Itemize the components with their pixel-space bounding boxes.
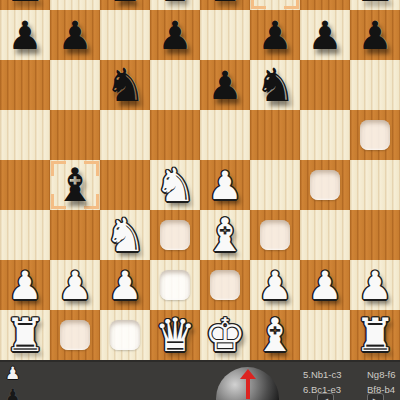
square-c3[interactable]: ♞ <box>100 210 150 260</box>
square-e3[interactable]: ♝ <box>200 210 250 260</box>
square-f7[interactable]: ♟ <box>250 10 300 60</box>
piece-white-bishop: ♝ <box>200 210 250 260</box>
square-b2[interactable]: ♟ <box>50 260 100 310</box>
legal-move-hint[interactable] <box>110 320 140 350</box>
piece-black-pawn: ♟ <box>150 10 200 60</box>
piece-black-pawn: ♟ <box>300 10 350 60</box>
piece-black-bishop: ♝ <box>50 160 100 210</box>
nav-forward-button[interactable]: ▶ <box>367 393 384 400</box>
square-b7[interactable]: ♟ <box>50 10 100 60</box>
piece-black-bishop: ♝ <box>100 0 150 10</box>
square-e1[interactable]: ♚ <box>200 310 250 360</box>
piece-white-pawn: ♟ <box>300 260 350 310</box>
square-g4[interactable] <box>300 160 350 210</box>
square-a1[interactable]: ♜ <box>0 310 50 360</box>
piece-black-king: ♚ <box>200 0 250 10</box>
square-f6[interactable]: ♞ <box>250 60 300 110</box>
turn-indicator-dial <box>216 367 279 400</box>
last-move-marker <box>51 161 99 209</box>
piece-white-knight: ♞ <box>150 160 200 210</box>
piece-black-pawn: ♟ <box>350 10 400 60</box>
square-f4[interactable] <box>250 160 300 210</box>
square-d3[interactable] <box>150 210 200 260</box>
square-c6[interactable]: ♞ <box>100 60 150 110</box>
square-f2[interactable]: ♟ <box>250 260 300 310</box>
piece-black-pawn: ♟ <box>50 10 100 60</box>
square-h5[interactable] <box>350 110 400 160</box>
piece-white-bishop: ♝ <box>250 310 300 360</box>
square-b3[interactable] <box>50 210 100 260</box>
piece-white-pawn: ♟ <box>0 260 50 310</box>
square-b6[interactable] <box>50 60 100 110</box>
square-f5[interactable] <box>250 110 300 160</box>
piece-black-rook: ♜ <box>0 0 50 10</box>
square-c8[interactable]: ♝ <box>100 0 150 10</box>
square-f1[interactable]: ♝ <box>250 310 300 360</box>
square-e2[interactable] <box>200 260 250 310</box>
move-white-5: 5.Nb1-c3 <box>303 369 342 380</box>
piece-black-rook: ♜ <box>350 0 400 10</box>
square-c5[interactable] <box>100 110 150 160</box>
square-c4[interactable] <box>100 160 150 210</box>
square-f3[interactable] <box>250 210 300 260</box>
captured-white-pawn-icon: ♟ <box>5 364 25 384</box>
square-g3[interactable] <box>300 210 350 260</box>
square-a6[interactable] <box>0 60 50 110</box>
legal-move-hint[interactable] <box>210 270 240 300</box>
piece-white-pawn: ♟ <box>50 260 100 310</box>
square-e4[interactable]: ♟ <box>200 160 250 210</box>
square-h4[interactable] <box>350 160 400 210</box>
legal-move-hint[interactable] <box>360 120 390 150</box>
piece-white-rook: ♜ <box>0 310 50 360</box>
square-a5[interactable] <box>0 110 50 160</box>
chess-board: ♜♝♛♚♜♟♟♟♟♟♟♞♟♞♝♞♟♞♝♟♟♟♟♟♟♜♛♚♝♜ <box>0 0 400 360</box>
square-d6[interactable] <box>150 60 200 110</box>
piece-black-knight: ♞ <box>100 60 150 110</box>
square-b5[interactable] <box>50 110 100 160</box>
nav-back-button[interactable]: ◀ <box>317 393 334 400</box>
square-d2[interactable] <box>150 260 200 310</box>
piece-white-pawn: ♟ <box>200 160 250 210</box>
piece-black-pawn: ♟ <box>0 10 50 60</box>
legal-move-hint[interactable] <box>60 320 90 350</box>
square-g7[interactable]: ♟ <box>300 10 350 60</box>
square-h3[interactable] <box>350 210 400 260</box>
square-b1[interactable] <box>50 310 100 360</box>
move-black-5: Ng8-f6 <box>367 369 396 380</box>
square-c7[interactable] <box>100 10 150 60</box>
square-h6[interactable] <box>350 60 400 110</box>
piece-white-rook: ♜ <box>350 310 400 360</box>
piece-white-king: ♚ <box>200 310 250 360</box>
square-e8[interactable]: ♚ <box>200 0 250 10</box>
piece-black-knight: ♞ <box>250 60 300 110</box>
square-d1[interactable]: ♛ <box>150 310 200 360</box>
square-g5[interactable] <box>300 110 350 160</box>
legal-move-hint[interactable] <box>260 220 290 250</box>
square-e6[interactable]: ♟ <box>200 60 250 110</box>
square-b4[interactable]: ♝ <box>50 160 100 210</box>
square-h1[interactable]: ♜ <box>350 310 400 360</box>
bottom-bar: ♟ ♟ 5.Nb1-c3 Ng8-f6 6.Bc1-e3 Bf8-b4 ◀ ▶ <box>0 360 400 400</box>
square-h8[interactable]: ♜ <box>350 0 400 10</box>
chess-app-screen: ♜♝♛♚♜♟♟♟♟♟♟♞♟♞♝♞♟♞♝♟♟♟♟♟♟♜♛♚♝♜ ♟ ♟ 5.Nb1… <box>0 0 400 400</box>
square-a4[interactable] <box>0 160 50 210</box>
square-a2[interactable]: ♟ <box>0 260 50 310</box>
square-c2[interactable]: ♟ <box>100 260 150 310</box>
last-move-marker <box>251 0 299 9</box>
square-d4[interactable]: ♞ <box>150 160 200 210</box>
piece-black-pawn: ♟ <box>250 10 300 60</box>
square-a7[interactable]: ♟ <box>0 10 50 60</box>
piece-white-pawn: ♟ <box>250 260 300 310</box>
piece-black-queen: ♛ <box>150 0 200 10</box>
square-d7[interactable]: ♟ <box>150 10 200 60</box>
piece-white-pawn: ♟ <box>350 260 400 310</box>
square-g2[interactable]: ♟ <box>300 260 350 310</box>
square-a3[interactable] <box>0 210 50 260</box>
square-a8[interactable]: ♜ <box>0 0 50 10</box>
legal-move-hint[interactable] <box>310 170 340 200</box>
captured-black-pawn-icon: ♟ <box>5 386 25 400</box>
square-g6[interactable] <box>300 60 350 110</box>
square-f8[interactable] <box>250 0 300 10</box>
piece-white-knight: ♞ <box>100 210 150 260</box>
square-d5[interactable] <box>150 110 200 160</box>
square-g8[interactable] <box>300 0 350 10</box>
square-e7[interactable] <box>200 10 250 60</box>
square-e5[interactable] <box>200 110 250 160</box>
piece-black-pawn: ♟ <box>200 60 250 110</box>
piece-white-pawn: ♟ <box>100 260 150 310</box>
square-c1[interactable] <box>100 310 150 360</box>
square-d8[interactable]: ♛ <box>150 0 200 10</box>
square-h7[interactable]: ♟ <box>350 10 400 60</box>
square-h2[interactable]: ♟ <box>350 260 400 310</box>
piece-white-queen: ♛ <box>150 310 200 360</box>
legal-move-hint[interactable] <box>160 270 190 300</box>
legal-move-hint[interactable] <box>160 220 190 250</box>
square-b8[interactable] <box>50 0 100 10</box>
square-g1[interactable] <box>300 310 350 360</box>
